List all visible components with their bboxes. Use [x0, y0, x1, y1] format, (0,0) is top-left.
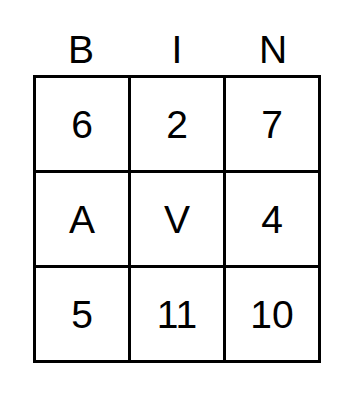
column-header-i: I [129, 30, 225, 75]
cell-r0c0[interactable]: 6 [36, 78, 128, 170]
cell-r2c1[interactable]: 11 [131, 268, 223, 360]
cell-r1c2[interactable]: 4 [226, 173, 318, 265]
cell-r0c1[interactable]: 2 [131, 78, 223, 170]
cell-r2c0[interactable]: 5 [36, 268, 128, 360]
cell-r2c2[interactable]: 10 [226, 268, 318, 360]
column-header-b: B [33, 30, 129, 75]
column-header-n: N [225, 30, 321, 75]
cell-r1c1[interactable]: V [131, 173, 223, 265]
cell-r0c2[interactable]: 7 [226, 78, 318, 170]
bingo-card: B I N 6 2 7 A V 4 5 11 10 [33, 25, 321, 363]
header-row: B I N [33, 25, 321, 75]
cell-r1c0[interactable]: A [36, 173, 128, 265]
board-grid: 6 2 7 A V 4 5 11 10 [33, 75, 321, 363]
